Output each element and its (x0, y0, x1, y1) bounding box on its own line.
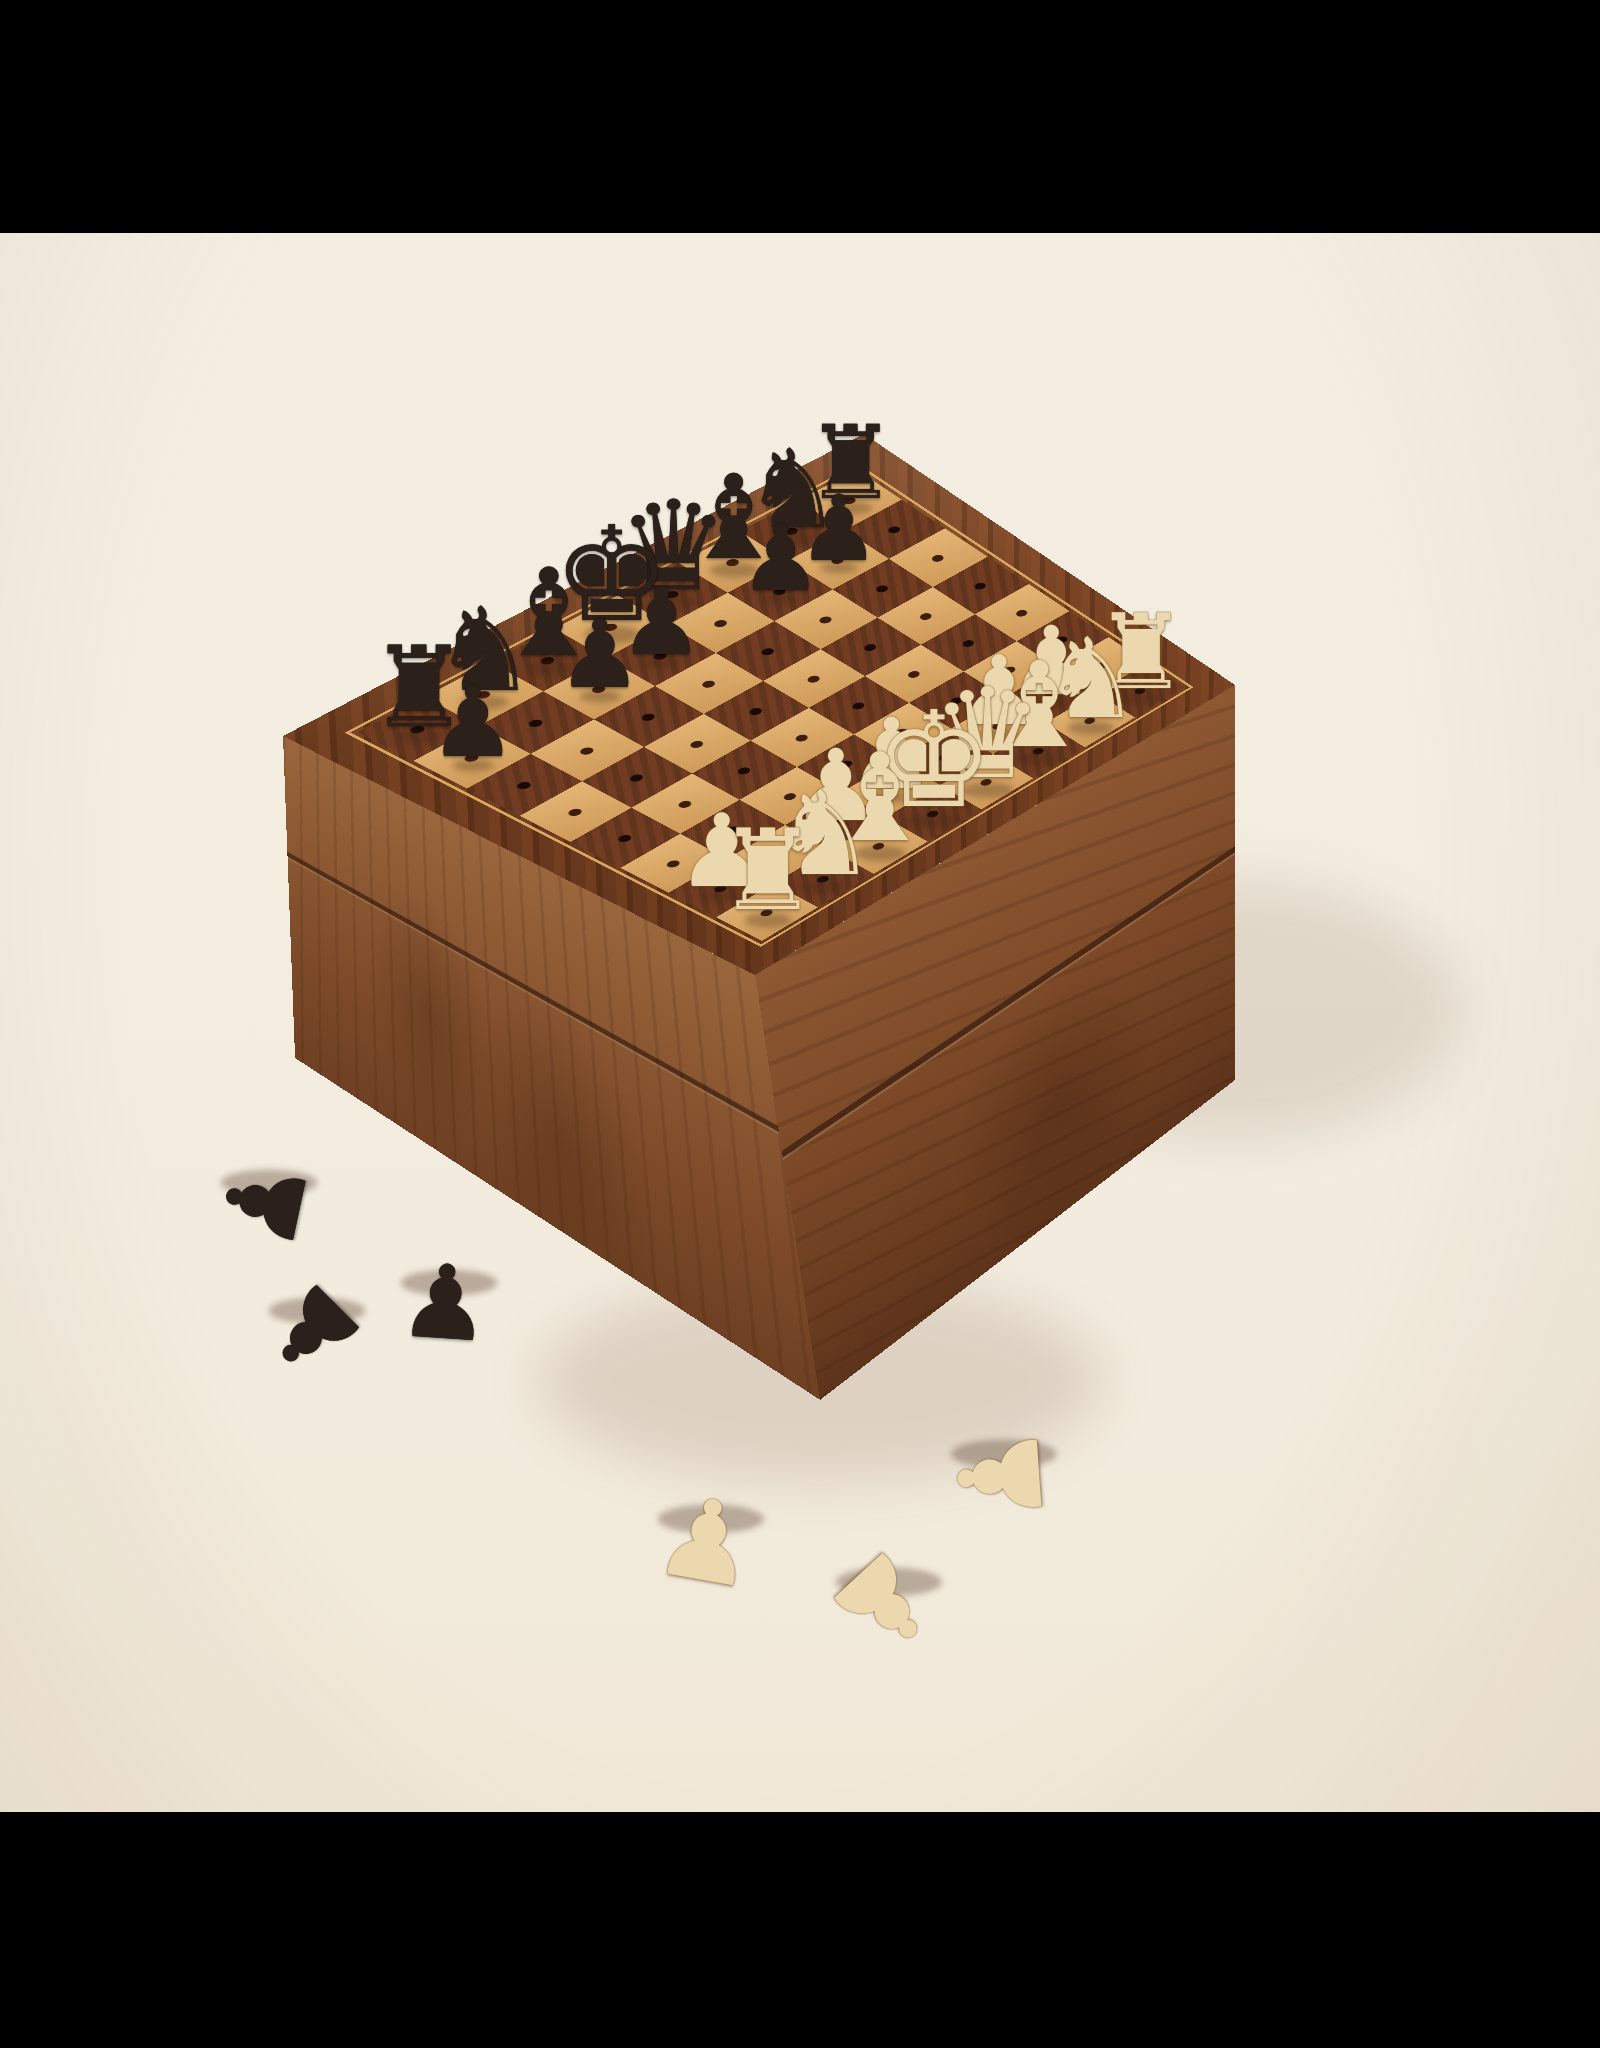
chess-piece-black-pawn-f7[interactable]: ♟ (557, 607, 642, 702)
chess-piece-black-pawn-c7[interactable]: ♟ (740, 513, 822, 605)
product-photo-scene: ♜♞♝♛♚♝♞♜♟♟♟♟♟♜♞♝♛♚♝♞♜♟♟♟♟♟♟♟♟♟♟♟ (0, 0, 1600, 2048)
chess-piece-black-pawn[interactable]: ♟ (396, 1249, 494, 1357)
letterbox-bottom (0, 1812, 1600, 2048)
chess-piece-white-pawn[interactable]: ♟ (648, 1477, 766, 1605)
letterbox-top (0, 0, 1600, 233)
chess-piece-white-rook-h1[interactable]: ♜ (717, 814, 817, 926)
chess-piece-white-pawn[interactable]: ♟ (941, 1422, 1060, 1530)
chess-piece-black-pawn-h7[interactable]: ♟ (429, 673, 517, 771)
